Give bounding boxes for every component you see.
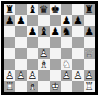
black-pawn: ♟ [84, 26, 95, 37]
square-d6[interactable]: ♝ [38, 26, 49, 37]
square-d8[interactable]: ♛ [38, 4, 49, 15]
white-pawn: ♟♙ [72, 70, 83, 81]
black-bishop: ♝ [38, 26, 49, 37]
chess-board: ♜♝♛♚♜♟♟♟♟♟♝♟♞♟♟♙♛♕♝♗♞♘♟♙♟♙♟♙♟♙♟♙♟♙♜♖♝♗♚♔… [4, 4, 95, 92]
square-h6[interactable]: ♟ [84, 26, 95, 37]
black-pawn: ♟ [15, 15, 26, 26]
chess-board-frame: ♜♝♛♚♜♟♟♟♟♟♝♟♞♟♟♙♛♕♝♗♞♘♟♙♟♙♟♙♟♙♟♙♟♙♜♖♝♗♚♔… [1, 1, 98, 95]
square-g6[interactable] [72, 26, 83, 37]
square-b7[interactable]: ♟ [15, 15, 26, 26]
square-c4[interactable] [27, 48, 38, 59]
square-f2[interactable]: ♟♙ [61, 70, 72, 81]
square-b4[interactable] [15, 48, 26, 59]
white-pawn: ♟♙ [61, 70, 72, 81]
square-a5[interactable] [4, 37, 15, 48]
square-h1[interactable]: ♜♖ [84, 81, 95, 92]
white-bishop: ♝♗ [38, 59, 49, 70]
white-king: ♚♔ [50, 81, 61, 92]
white-rook: ♜♖ [84, 81, 95, 92]
square-g2[interactable]: ♟♙ [72, 70, 83, 81]
square-a4[interactable] [4, 48, 15, 59]
white-pawn: ♟♙ [15, 70, 26, 81]
square-f5[interactable] [61, 37, 72, 48]
black-knight: ♞ [61, 26, 72, 37]
square-g1[interactable] [72, 81, 83, 92]
square-c5[interactable] [27, 37, 38, 48]
square-e1[interactable]: ♚♔ [50, 81, 61, 92]
black-pawn: ♟ [4, 15, 15, 26]
square-e8[interactable]: ♚ [50, 4, 61, 15]
square-b1[interactable] [15, 81, 26, 92]
square-e4[interactable] [50, 48, 61, 59]
square-d3[interactable]: ♝♗ [38, 59, 49, 70]
square-f1[interactable] [61, 81, 72, 92]
square-h8[interactable]: ♜ [84, 4, 95, 15]
square-b5[interactable] [15, 37, 26, 48]
black-rook: ♜ [84, 4, 95, 15]
black-pawn: ♟ [27, 26, 38, 37]
square-g4[interactable] [72, 48, 83, 59]
square-g7[interactable]: ♟ [72, 15, 83, 26]
square-d2[interactable] [38, 70, 49, 81]
square-h4[interactable]: ♛♕ [84, 48, 95, 59]
square-f6[interactable]: ♞ [61, 26, 72, 37]
square-e3[interactable] [50, 59, 61, 70]
square-c1[interactable]: ♝♗ [27, 81, 38, 92]
square-b6[interactable] [15, 26, 26, 37]
square-a6[interactable] [4, 26, 15, 37]
black-king: ♚ [50, 4, 61, 15]
square-e5[interactable] [50, 37, 61, 48]
black-queen: ♛ [38, 4, 49, 15]
black-pawn: ♟ [50, 26, 61, 37]
white-queen: ♛♕ [84, 48, 95, 59]
square-e6[interactable]: ♟ [50, 26, 61, 37]
square-a7[interactable]: ♟ [4, 15, 15, 26]
black-bishop: ♝ [27, 4, 38, 15]
square-c6[interactable]: ♟ [27, 26, 38, 37]
square-a1[interactable]: ♜♖ [4, 81, 15, 92]
white-rook: ♜♖ [4, 81, 15, 92]
white-bishop: ♝♗ [27, 81, 38, 92]
square-b2[interactable]: ♟♙ [15, 70, 26, 81]
square-c8[interactable]: ♝ [27, 4, 38, 15]
square-g5[interactable] [72, 37, 83, 48]
square-d1[interactable] [38, 81, 49, 92]
black-pawn: ♟ [72, 15, 83, 26]
